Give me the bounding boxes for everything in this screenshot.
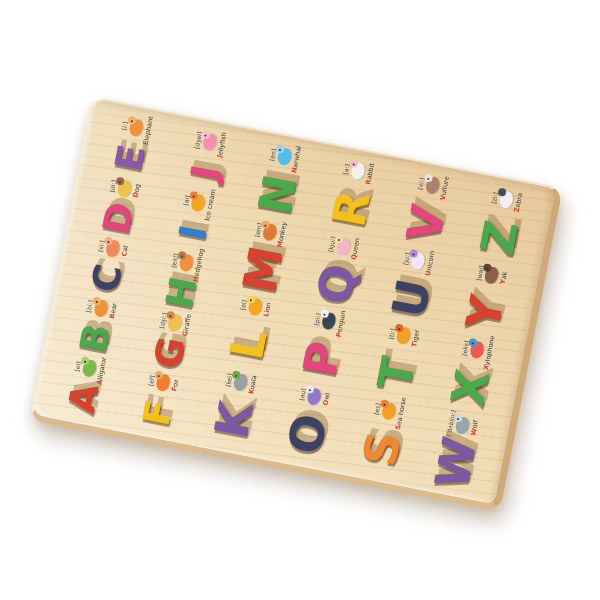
animal-head-icon	[306, 385, 315, 394]
letter-piece-u[interactable]: U	[385, 276, 437, 320]
letter-piece-m[interactable]: M	[236, 243, 290, 296]
letter-slot: E E	[109, 138, 152, 180]
puzzle-board: A A [ei] Alligator B B [bi:] Bear C C [s…	[29, 96, 563, 512]
animal-head-icon	[80, 356, 89, 365]
letter-piece-c[interactable]: C	[86, 262, 127, 295]
letter-slot: O O	[280, 405, 335, 463]
animal-head-icon	[261, 220, 270, 229]
puzzle-cell: L L [el] Lion	[206, 287, 295, 377]
animal-head-icon	[483, 263, 492, 272]
puzzle-cell: K K [kei] Koala	[192, 362, 281, 452]
letter-slot: L L	[221, 316, 276, 374]
animal-head-icon	[246, 295, 255, 304]
letter-slot: N N	[250, 165, 305, 223]
animal-name-rest: ak	[500, 271, 509, 280]
puzzle-cell: W W ['dʌblju:] Wolf	[414, 406, 503, 496]
letter-slot: X X	[443, 359, 498, 417]
animal-head-icon	[380, 399, 389, 408]
letter-slot: C C	[86, 258, 129, 300]
animal-head-icon	[189, 191, 198, 200]
animal-head-icon	[154, 371, 163, 380]
letter-piece-e[interactable]: E	[110, 143, 151, 174]
animal-head-icon	[104, 236, 113, 245]
product-photo: A A [ei] Alligator B B [bi:] Bear C C [s…	[0, 0, 600, 600]
puzzle-cell: X X [eks] Xylophone	[429, 331, 518, 421]
animal-name-rest: abbit	[365, 162, 376, 180]
animal-head-icon	[454, 413, 463, 422]
letter-slot: Q Q	[309, 255, 364, 313]
puzzle-cell: V V [vi:] Vulture	[384, 166, 473, 256]
letter-slot: G G	[148, 332, 191, 374]
animal-name-rest: iger	[411, 329, 421, 343]
animal-head-icon	[394, 324, 403, 333]
phonetic-label: [i:]	[120, 121, 128, 131]
letter-piece-o[interactable]: O	[281, 411, 333, 457]
letter-slot: S S	[354, 420, 409, 478]
letter-piece-h[interactable]: H	[160, 275, 202, 311]
animal-head-icon	[201, 130, 210, 139]
puzzle-cell: Z Z [zi:] Zebra	[458, 180, 547, 270]
letter-slot: D D	[97, 198, 140, 240]
animal-name-rest: wl	[323, 392, 332, 401]
letter-piece-n[interactable]: N	[251, 172, 303, 218]
animal-name-rest: oala	[248, 375, 258, 390]
animal-head-icon	[423, 174, 432, 183]
board-wrapper: A A [ei] Alligator B B [bi:] Bear C C [s…	[131, 64, 461, 544]
letter-slot: Y Y	[458, 284, 513, 342]
letter-piece-d[interactable]: D	[98, 200, 140, 236]
animal-name-rest: ox	[171, 379, 180, 388]
animal-head-icon	[166, 311, 175, 320]
animal-head-icon	[92, 296, 101, 305]
letter-piece-a[interactable]: A	[63, 382, 105, 416]
letter-piece-g[interactable]: G	[149, 335, 191, 371]
letter-slot: K K	[206, 391, 261, 449]
animal-head-icon	[275, 145, 284, 154]
puzzle-cell: T T [ti:] Tiger	[354, 316, 443, 406]
animal-head-icon	[231, 370, 240, 379]
animal-head-icon	[115, 176, 124, 185]
animal-head-icon	[468, 338, 477, 347]
puzzle-cell: Y Y [wai] Yak	[443, 255, 532, 345]
letter-slot: J J	[183, 152, 226, 194]
puzzle-cell: O O [əu] Owl	[266, 377, 355, 467]
letter-slot: W W	[428, 434, 483, 492]
letter-piece-b[interactable]: B	[75, 322, 117, 356]
puzzle-cell: R R [a:] Rabbit	[310, 152, 399, 242]
puzzle-cell: P P [pi:] Penguin	[280, 302, 369, 392]
letter-slot: I I	[171, 212, 214, 254]
animal-head-icon	[127, 116, 136, 125]
letter-piece-q[interactable]: Q	[311, 261, 363, 307]
letter-slot: B B	[74, 318, 117, 360]
letter-slot: V V	[398, 194, 453, 252]
animal-head-icon	[335, 234, 344, 243]
puzzle-cell: N N [en] Narwhal	[235, 137, 324, 227]
animal-head-icon	[409, 249, 418, 258]
puzzle-cell: Q Q [kju:] Queen	[295, 227, 384, 317]
animal-name-rest: olf	[471, 420, 480, 429]
letter-slot: H H	[160, 272, 203, 314]
animal-name-rest: iraffe	[182, 314, 193, 332]
letter-slot: U U	[384, 269, 439, 327]
animal-name-rest: ear	[109, 302, 119, 314]
animal-name-rest: ion	[263, 302, 273, 313]
puzzle-cell: M M [em] Monkey	[221, 212, 310, 302]
letter-piece-w[interactable]: W	[428, 434, 483, 492]
animal-name-rest: ebra	[514, 192, 525, 208]
letter-slot: A A	[62, 378, 105, 420]
animal-name-rest: og	[132, 183, 141, 192]
puzzle-cell: S S [es] Sea horse	[340, 391, 429, 481]
animal-name-rest: ueen	[351, 237, 362, 254]
letter-slot: T T	[369, 344, 424, 402]
letter-slot: R R	[324, 180, 379, 238]
puzzle-cell: U U [ju:] Unicorn	[369, 241, 458, 331]
animal-name-rest: onkey	[277, 221, 289, 242]
animal-head-icon	[320, 309, 329, 318]
phonetic-label: [el]	[239, 299, 248, 310]
letter-slot: P P	[295, 330, 350, 388]
letter-slot: M M	[235, 241, 290, 299]
animal-head-icon	[349, 159, 358, 168]
letter-slot: Z Z	[472, 209, 527, 267]
animal-head-icon	[498, 188, 507, 197]
animal-name-rest: at	[121, 244, 130, 252]
letter-slot: F F	[136, 392, 179, 434]
letter-piece-f[interactable]: F	[137, 398, 178, 429]
animal-head-icon	[178, 251, 187, 260]
